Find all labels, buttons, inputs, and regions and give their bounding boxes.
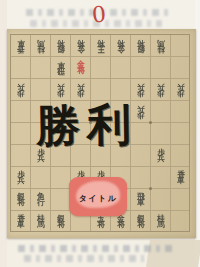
faded-handwriting-line	[24, 255, 144, 262]
shogi-piece: 桂馬	[31, 35, 51, 57]
shogi-piece: 歩兵	[71, 79, 91, 101]
title-button-label: タイトル	[69, 193, 127, 204]
shogi-piece: 銀将	[11, 189, 31, 211]
shogi-piece: 飛車	[131, 189, 151, 211]
victory-banner: 勝利	[36, 101, 167, 149]
title-button[interactable]: タイトル	[69, 177, 127, 216]
shogi-piece: 歩兵	[151, 145, 171, 167]
screenshot-root: 0 香車桂馬銀将金将王将金将銀将桂馬飛車金将歩兵歩兵歩兵歩兵歩兵歩兵歩兵歩兵歩兵…	[0, 0, 200, 267]
shogi-piece: 桂馬	[151, 35, 171, 57]
shogi-piece: 飛車	[51, 57, 71, 79]
faded-handwriting-line	[18, 245, 174, 252]
shogi-piece: 歩兵	[151, 79, 171, 101]
shogi-piece: 香車	[171, 167, 191, 189]
shogi-piece: 銀将	[131, 211, 151, 233]
shogi-piece: 歩兵	[171, 79, 191, 101]
shogi-piece: 歩兵	[11, 167, 31, 189]
shogi-piece: 角行	[31, 189, 51, 211]
shogi-piece: 銀将	[51, 211, 71, 233]
shogi-piece: 歩兵	[11, 79, 31, 101]
shogi-piece: 銀将	[51, 35, 71, 57]
shogi-piece: 金将	[71, 57, 91, 79]
red-score-mark: 0	[91, 3, 107, 28]
shogi-piece: 桂馬	[31, 211, 51, 233]
shogi-piece: 銀将	[131, 35, 151, 57]
shogi-piece: 香車	[11, 35, 31, 57]
shogi-piece: 金将	[71, 35, 91, 57]
shogi-piece: 桂馬	[151, 211, 171, 233]
shogi-piece: 王将	[91, 35, 111, 57]
shogi-piece: 歩兵	[51, 79, 71, 101]
left-paper-edge	[0, 0, 7, 267]
shogi-piece: 金将	[111, 35, 131, 57]
shogi-piece: 香車	[11, 211, 31, 233]
